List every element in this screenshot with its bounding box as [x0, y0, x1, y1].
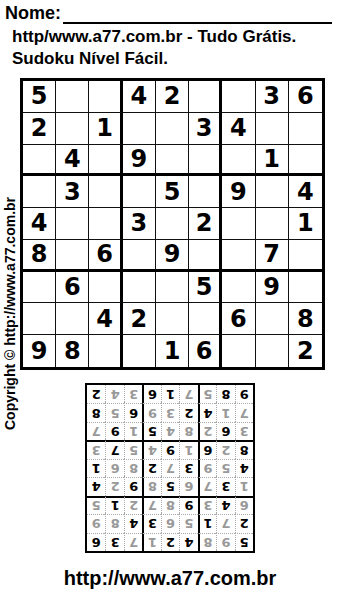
main-sudoku-grid: 542362134491359443218697659426898162	[20, 78, 325, 370]
solution-cell-r5c5: 7	[161, 459, 179, 477]
cell-r2c7: 4	[222, 113, 255, 145]
cell-r8c7: 6	[222, 303, 255, 335]
cell-r5c3	[89, 208, 122, 240]
cell-r6c6	[189, 240, 222, 272]
cell-r8c9: 8	[289, 303, 322, 335]
solution-cell-r8c9: 8	[87, 403, 105, 421]
solution-cell-r4c6: 8	[142, 477, 160, 495]
cell-r4c5: 5	[156, 176, 189, 208]
solution-cell-r7c2: 6	[216, 422, 234, 440]
solution-cell-r9c6: 6	[142, 385, 160, 403]
cell-r1c4: 4	[123, 81, 156, 113]
cell-r3c6	[189, 145, 222, 177]
solution-cell-r6c3: 6	[198, 440, 216, 458]
cell-r8c8	[256, 303, 289, 335]
solution-cell-r5c6: 2	[142, 459, 160, 477]
solution-cell-r4c1: 1	[235, 477, 253, 495]
solution-cell-r6c7: 5	[124, 440, 142, 458]
solution-cell-r9c2: 8	[216, 385, 234, 403]
solution-cell-r2c5: 6	[161, 514, 179, 532]
solution-cell-r6c6: 4	[142, 440, 160, 458]
solution-cell-r2c4: 5	[179, 514, 197, 532]
cell-r1c3	[89, 81, 122, 113]
solution-cell-r8c8: 5	[105, 403, 123, 421]
cell-r5c8	[256, 208, 289, 240]
solution-cell-r5c1: 4	[235, 459, 253, 477]
solution-cell-r5c4: 3	[179, 459, 197, 477]
solution-cell-r7c5: 4	[161, 422, 179, 440]
cell-r7c1	[23, 272, 56, 304]
copyright-vertical-text: Copyright © http://www.a77.com.br	[2, 197, 18, 430]
cell-r9c5: 1	[156, 335, 189, 367]
solution-cell-r3c6: 7	[142, 496, 160, 514]
cell-r2c6: 3	[189, 113, 222, 145]
solution-cell-r3c5: 8	[161, 496, 179, 514]
solution-cell-r9c4: 7	[179, 385, 197, 403]
solution-cell-r1c1: 5	[235, 533, 253, 551]
cell-r3c7	[222, 145, 255, 177]
cell-r9c8	[256, 335, 289, 367]
solution-cell-r7c3: 2	[198, 422, 216, 440]
cell-r5c7	[222, 208, 255, 240]
cell-r5c4: 3	[123, 208, 156, 240]
solution-cell-r3c7: 2	[124, 496, 142, 514]
solution-cell-r4c4: 6	[179, 477, 197, 495]
solution-cell-r4c9: 4	[87, 477, 105, 495]
solution-cell-r7c1: 3	[235, 422, 253, 440]
cell-r3c1	[23, 145, 56, 177]
solution-cell-r8c4: 2	[179, 403, 197, 421]
solution-cell-r7c4: 8	[179, 422, 197, 440]
cell-r9c2: 8	[56, 335, 89, 367]
cell-r6c2	[56, 240, 89, 272]
cell-r8c1	[23, 303, 56, 335]
cell-r7c2: 6	[56, 272, 89, 304]
cell-r4c7: 9	[222, 176, 255, 208]
solution-cell-r1c2: 9	[216, 533, 234, 551]
cell-r5c2	[56, 208, 89, 240]
solution-cell-r8c5: 3	[161, 403, 179, 421]
solution-cell-r3c1: 6	[235, 496, 253, 514]
solution-cell-r2c3: 1	[198, 514, 216, 532]
cell-r3c8: 1	[256, 145, 289, 177]
cell-r2c2	[56, 113, 89, 145]
cell-r1c2	[56, 81, 89, 113]
cell-r3c2: 4	[56, 145, 89, 177]
solution-cell-r8c2: 1	[216, 403, 234, 421]
solution-cell-r3c4: 9	[179, 496, 197, 514]
cell-r7c9	[289, 272, 322, 304]
cell-r3c9	[289, 145, 322, 177]
cell-r7c3	[89, 272, 122, 304]
cell-r1c1: 5	[23, 81, 56, 113]
solution-cell-r1c8: 3	[105, 533, 123, 551]
cell-r7c6: 5	[189, 272, 222, 304]
cell-r5c5	[156, 208, 189, 240]
solution-cell-r4c7: 9	[124, 477, 142, 495]
cell-r8c4: 2	[123, 303, 156, 335]
cell-r7c8: 9	[256, 272, 289, 304]
solution-cell-r2c8: 8	[105, 514, 123, 532]
cell-r4c6	[189, 176, 222, 208]
cell-r7c5	[156, 272, 189, 304]
cell-r4c2: 3	[56, 176, 89, 208]
solution-cell-r9c9: 2	[87, 385, 105, 403]
solution-cell-r6c1: 8	[235, 440, 253, 458]
puzzle-level-title: Sudoku Nível Fácil.	[12, 49, 168, 69]
cell-r2c8	[256, 113, 289, 145]
cell-r2c5	[156, 113, 189, 145]
cell-r9c7	[222, 335, 255, 367]
solution-cell-r2c6: 3	[142, 514, 160, 532]
cell-r7c4	[123, 272, 156, 304]
solution-cell-r6c2: 2	[216, 440, 234, 458]
cell-r4c8	[256, 176, 289, 208]
solution-cell-r7c7: 1	[124, 422, 142, 440]
name-label: Nome:	[5, 3, 61, 24]
cell-r2c9	[289, 113, 322, 145]
solution-cell-r7c6: 5	[142, 422, 160, 440]
cell-r9c6: 6	[189, 335, 222, 367]
cell-r4c4	[123, 176, 156, 208]
cell-r1c8: 3	[256, 81, 289, 113]
cell-r6c7	[222, 240, 255, 272]
solution-cell-r6c5: 9	[161, 440, 179, 458]
cell-r6c3: 6	[89, 240, 122, 272]
cell-r1c6	[189, 81, 222, 113]
solution-cell-r2c1: 2	[235, 514, 253, 532]
solution-cell-r9c1: 9	[235, 385, 253, 403]
cell-r6c8: 7	[256, 240, 289, 272]
solution-cell-r3c9: 5	[87, 496, 105, 514]
solution-cell-r1c9: 6	[87, 533, 105, 551]
solution-cell-r5c9: 1	[87, 459, 105, 477]
cell-r6c1: 8	[23, 240, 56, 272]
cell-r2c1: 2	[23, 113, 56, 145]
solution-cell-r8c1: 7	[235, 403, 253, 421]
solution-cell-r2c2: 7	[216, 514, 234, 532]
solution-cell-r7c9: 7	[87, 422, 105, 440]
cell-r2c3: 1	[89, 113, 122, 145]
cell-r8c3: 4	[89, 303, 122, 335]
cell-r3c5	[156, 145, 189, 177]
solution-cell-r9c8: 4	[105, 385, 123, 403]
solution-cell-r1c5: 2	[161, 533, 179, 551]
solution-cell-r2c7: 4	[124, 514, 142, 532]
cell-r6c5: 9	[156, 240, 189, 272]
cell-r4c3	[89, 176, 122, 208]
cell-r5c9: 1	[289, 208, 322, 240]
solution-cell-r4c2: 3	[216, 477, 234, 495]
cell-r8c5	[156, 303, 189, 335]
solution-cell-r7c8: 9	[105, 422, 123, 440]
solution-cell-r8c3: 4	[198, 403, 216, 421]
solution-cell-r1c4: 4	[179, 533, 197, 551]
cell-r8c6	[189, 303, 222, 335]
name-blank-line	[63, 6, 332, 24]
solution-cell-r3c8: 1	[105, 496, 123, 514]
cell-r1c5: 2	[156, 81, 189, 113]
cell-r9c4	[123, 335, 156, 367]
cell-r3c3	[89, 145, 122, 177]
solution-cell-r5c3: 9	[198, 459, 216, 477]
solution-cell-r4c5: 5	[161, 477, 179, 495]
cell-r8c2	[56, 303, 89, 335]
solution-cell-r6c9: 3	[87, 440, 105, 458]
cell-r9c3	[89, 335, 122, 367]
solution-cell-r2c9: 9	[87, 514, 105, 532]
solution-cell-r8c6: 9	[142, 403, 160, 421]
solution-cell-r1c6: 1	[142, 533, 160, 551]
solution-cell-r3c3: 3	[198, 496, 216, 514]
solution-cell-r1c3: 8	[198, 533, 216, 551]
footer-url: http://www.a77.com.br	[0, 567, 340, 590]
cell-r1c9: 6	[289, 81, 322, 113]
solution-cell-r5c2: 5	[216, 459, 234, 477]
cell-r5c6: 2	[189, 208, 222, 240]
name-row: Nome:	[5, 3, 332, 24]
solution-cell-r4c8: 2	[105, 477, 123, 495]
solution-cell-r9c5: 1	[161, 385, 179, 403]
cell-r9c9: 2	[289, 335, 322, 367]
cell-r5c1: 4	[23, 208, 56, 240]
cell-r1c7	[222, 81, 255, 113]
solution-cell-r5c8: 6	[105, 459, 123, 477]
solution-cell-r5c7: 8	[124, 459, 142, 477]
solution-cell-r6c4: 1	[179, 440, 197, 458]
solution-cell-r6c8: 7	[105, 440, 123, 458]
cell-r4c9: 4	[289, 176, 322, 208]
solution-cell-r4c3: 7	[198, 477, 216, 495]
cell-r9c1: 9	[23, 335, 56, 367]
cell-r6c4	[123, 240, 156, 272]
cell-r7c7	[222, 272, 255, 304]
solution-grid-rotated: 5984217362715634896439872151376589244593…	[85, 383, 255, 553]
solution-cell-r1c7: 7	[124, 533, 142, 551]
solution-cell-r8c7: 6	[124, 403, 142, 421]
cell-r3c4: 9	[123, 145, 156, 177]
cell-r4c1	[23, 176, 56, 208]
site-title: http/www.a77.com.br - Tudo Grátis.	[12, 27, 296, 47]
solution-cell-r9c7: 3	[124, 385, 142, 403]
solution-cell-r3c2: 4	[216, 496, 234, 514]
cell-r2c4	[123, 113, 156, 145]
cell-r6c9	[289, 240, 322, 272]
solution-cell-r9c3: 5	[198, 385, 216, 403]
